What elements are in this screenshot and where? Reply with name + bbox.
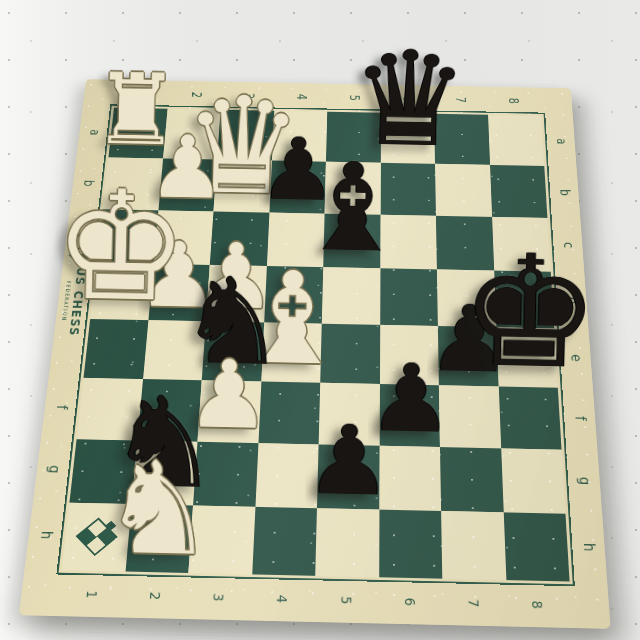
label-top-2: 2 (189, 91, 202, 97)
square-b7[interactable] (435, 164, 492, 217)
label-right-f: f (573, 416, 587, 421)
label-left-b: b (81, 180, 95, 187)
piece-white-king-d1[interactable]: ♚ (52, 176, 190, 317)
rank-labels-bottom: 12345678 (58, 579, 571, 620)
square-d1[interactable]: ♚ (90, 263, 153, 320)
square-g8[interactable] (501, 448, 566, 514)
label-bottom-2: 2 (148, 592, 163, 601)
square-h4[interactable] (252, 507, 317, 576)
square-a8[interactable] (488, 115, 545, 166)
label-bottom-3: 3 (212, 593, 226, 602)
square-h7[interactable] (441, 511, 506, 580)
label-right-d: d (565, 297, 579, 304)
label-bottom-6: 6 (403, 598, 417, 607)
label-top-6: 6 (401, 95, 413, 101)
piece-white-knight-h2[interactable]: ♞ (100, 449, 217, 569)
label-bottom-5: 5 (339, 596, 353, 605)
label-right-e: e (568, 354, 582, 361)
label-top-8: 8 (507, 97, 520, 103)
label-right-h: h (581, 543, 596, 552)
square-f8[interactable] (498, 386, 561, 449)
chess-board[interactable]: ♜♛♟♛♟♝♚♟♟♞♝♟♚♟♟♞♟♞ (62, 108, 570, 582)
label-left-h: h (38, 531, 54, 540)
label-right-a: a (554, 138, 567, 144)
label-top-5: 5 (348, 94, 360, 100)
piece-black-king-e8[interactable]: ♚ (459, 240, 601, 385)
square-h2[interactable]: ♞ (125, 504, 193, 573)
square-h8[interactable] (503, 513, 569, 582)
square-h6[interactable] (379, 510, 443, 579)
square-h5[interactable] (315, 508, 379, 577)
label-left-g: g (46, 465, 61, 473)
square-e8[interactable]: ♚ (496, 327, 558, 387)
label-left-c: c (75, 232, 89, 238)
label-bottom-4: 4 (276, 595, 290, 604)
label-bottom-7: 7 (467, 599, 481, 608)
label-top-7: 7 (454, 96, 467, 102)
label-bottom-1: 1 (84, 590, 99, 599)
label-right-b: b (558, 189, 571, 196)
square-g7[interactable] (440, 447, 503, 513)
label-right-c: c (561, 242, 575, 248)
label-top-4: 4 (295, 93, 308, 99)
label-left-f: f (54, 405, 68, 410)
square-b8[interactable] (490, 165, 548, 218)
board-border: ♜♛♟♛♟♝♚♟♟♞♝♟♚♟♟♞♟♞ (56, 104, 574, 586)
label-top-1: 1 (136, 90, 149, 96)
square-g5[interactable]: ♟ (317, 444, 379, 510)
label-left-a: a (87, 129, 100, 135)
label-bottom-8: 8 (531, 600, 545, 609)
piece-black-pawn-g5[interactable]: ♟ (305, 416, 393, 506)
table-surface: 12345678 12345678 abcfgh abcdefgh FEDERA… (0, 0, 640, 640)
chess-mat: 12345678 12345678 abcfgh abcdefgh FEDERA… (19, 79, 611, 629)
label-top-3: 3 (242, 92, 255, 98)
label-right-g: g (577, 477, 592, 485)
